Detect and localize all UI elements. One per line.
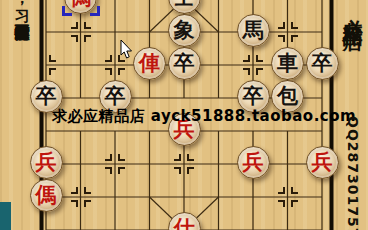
watermark-text: 求必应精品店 ayck51888.taobao.com	[52, 107, 356, 126]
point-marker	[71, 187, 91, 207]
point-marker	[71, 22, 91, 42]
piece-black-soldier[interactable]: 卒	[168, 47, 201, 80]
point-marker	[243, 55, 263, 75]
point-marker	[174, 154, 194, 174]
point-marker	[36, 55, 56, 75]
piece-black-elephant[interactable]: 象	[168, 14, 201, 47]
point-marker	[278, 22, 298, 42]
piece-red-soldier[interactable]: 兵	[306, 146, 339, 179]
piece-black-soldier[interactable]: 卒	[306, 47, 339, 80]
background-corner-patch	[0, 202, 11, 230]
mouse-cursor	[120, 40, 134, 60]
selection-brackets	[62, 0, 100, 16]
piece-red-horse[interactable]: 傌	[30, 179, 63, 212]
piece-red-soldier[interactable]: 兵	[30, 146, 63, 179]
point-marker	[105, 154, 125, 174]
piece-black-rook[interactable]: 車	[271, 47, 304, 80]
piece-red-rook[interactable]: 俥	[133, 47, 166, 80]
point-marker	[278, 187, 298, 207]
piece-black-horse[interactable]: 馬	[237, 14, 270, 47]
left-ad-banner: 习，只有不断的学习才能懂得更多	[7, 0, 37, 13]
piece-red-soldier[interactable]: 兵	[237, 146, 270, 179]
right-ad-store-name: 必应精品店	[337, 2, 368, 17]
xiangqi-board-screen: 傌士象馬俥卒車卒卒卒卒包兵兵兵兵傌仕 求必应精品店 ayck51888.taob…	[0, 0, 368, 230]
right-ad-qq-number: QQ2873017573	[341, 116, 365, 230]
